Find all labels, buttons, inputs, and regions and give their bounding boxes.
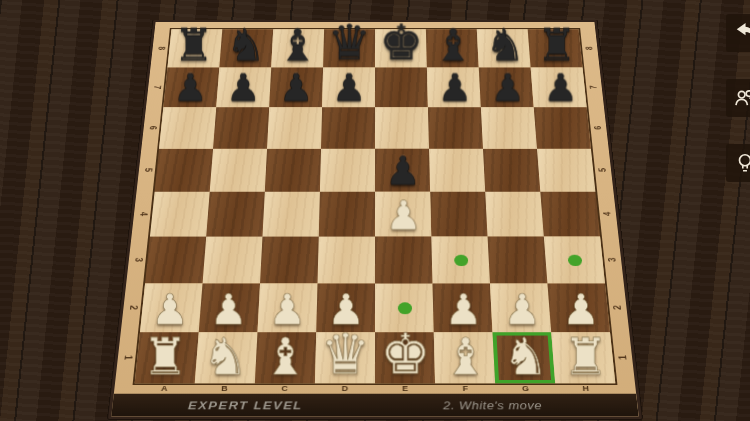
rank-label: 7: [566, 81, 620, 94]
square-d7[interactable]: ♟: [322, 68, 375, 108]
piece-white-pawn[interactable]: ♟: [385, 195, 421, 236]
piece-white-pawn[interactable]: ♟: [268, 289, 306, 331]
file-label: B: [194, 383, 255, 393]
board-grid: ♜♞♝♛♚♝♞♜♟♟♟♟♟♟♟♟♟♟♟♟♟♟♟♟♜♞♝♛♚♝♞♜: [135, 29, 616, 383]
rank-label: 2: [103, 300, 163, 316]
rank-label: 3: [583, 252, 642, 267]
square-f4[interactable]: [430, 192, 487, 237]
piece-white-queen[interactable]: ♛: [320, 326, 370, 382]
piece-white-pawn[interactable]: ♟: [209, 289, 247, 331]
file-label: C: [254, 383, 315, 393]
square-c5[interactable]: [265, 149, 321, 192]
file-label: G: [495, 383, 556, 393]
piece-white-pawn[interactable]: ♟: [503, 289, 541, 331]
piece-white-king[interactable]: ♚: [380, 326, 430, 382]
piece-white-bishop[interactable]: ♝: [442, 331, 488, 382]
square-f2[interactable]: ♟: [432, 283, 492, 332]
rank-label: 2: [587, 300, 647, 316]
square-f1[interactable]: ♝: [434, 332, 495, 383]
rank-label: 5: [574, 163, 630, 177]
rank-label: 7: [130, 81, 184, 94]
piece-black-pawn[interactable]: ♟: [331, 68, 365, 106]
square-f3[interactable]: [431, 237, 490, 284]
square-g2[interactable]: ♟: [490, 283, 551, 332]
piece-black-pawn[interactable]: ♟: [385, 151, 421, 191]
rank-label: 5: [120, 163, 176, 177]
square-g6[interactable]: [481, 107, 537, 148]
lightbulb-icon: [734, 152, 750, 174]
square-g7[interactable]: ♟: [479, 68, 534, 108]
square-c2[interactable]: ♟: [258, 283, 318, 332]
level-label: EXPERT LEVEL: [188, 398, 303, 411]
piece-black-knight[interactable]: ♞: [485, 23, 525, 67]
square-c7[interactable]: ♟: [269, 68, 323, 108]
square-e6[interactable]: [375, 107, 429, 148]
undo-arrow-icon: [734, 22, 750, 44]
file-label: E: [375, 383, 435, 393]
undo-button[interactable]: [726, 14, 750, 52]
piece-black-pawn[interactable]: ♟: [437, 68, 471, 106]
square-c3[interactable]: [260, 237, 319, 284]
square-g5[interactable]: [483, 149, 540, 192]
file-labels: ABCDEFGH: [114, 383, 636, 393]
square-d3[interactable]: [318, 237, 375, 284]
move-hint-dot[interactable]: [397, 302, 411, 314]
rank-label: 1: [592, 349, 653, 366]
board-frame-top: [155, 22, 595, 29]
board-perspective: 87654321 ♜♞♝♛♚♝♞♜♟♟♟♟♟♟♟♟♟♟♟♟♟♟♟♟♜♞♝♛♚♝♞…: [108, 0, 642, 419]
piece-black-pawn[interactable]: ♟: [226, 68, 260, 106]
square-c8[interactable]: ♝: [271, 29, 324, 67]
piece-white-bishop[interactable]: ♝: [262, 331, 308, 382]
move-hint-dot[interactable]: [454, 254, 468, 266]
square-f8[interactable]: ♝: [426, 29, 479, 67]
square-b8[interactable]: ♞: [219, 29, 273, 67]
file-label: F: [435, 383, 496, 393]
square-b2[interactable]: ♟: [199, 283, 260, 332]
piece-white-knight[interactable]: ♞: [202, 331, 248, 382]
piece-black-bishop[interactable]: ♝: [433, 23, 473, 67]
rank-label: 4: [114, 207, 171, 222]
piece-black-pawn[interactable]: ♟: [279, 68, 313, 106]
rank-label: 6: [125, 121, 180, 135]
square-d4[interactable]: [319, 192, 375, 237]
move-hint-dot[interactable]: [567, 254, 582, 266]
file-label: D: [315, 383, 375, 393]
rank-label: 8: [135, 42, 188, 55]
square-g1[interactable]: ♞: [492, 332, 555, 383]
rank-label: 4: [578, 207, 635, 222]
square-b6[interactable]: [213, 107, 269, 148]
square-f6[interactable]: [428, 107, 483, 148]
square-e8[interactable]: ♚: [375, 29, 427, 67]
rank-label: 8: [563, 42, 616, 55]
chess-board: 87654321 ♜♞♝♛♚♝♞♜♟♟♟♟♟♟♟♟♟♟♟♟♟♟♟♟♜♞♝♛♚♝♞…: [108, 20, 642, 419]
rank-label: 6: [570, 121, 625, 135]
square-e5[interactable]: ♟: [375, 149, 430, 192]
piece-white-pawn[interactable]: ♟: [444, 289, 482, 331]
square-d1[interactable]: ♛: [315, 332, 375, 383]
piece-black-bishop[interactable]: ♝: [277, 23, 317, 67]
status-bar: EXPERT LEVEL 2. White's move: [111, 394, 638, 417]
square-d6[interactable]: [321, 107, 375, 148]
piece-black-queen[interactable]: ♛: [327, 18, 370, 66]
square-c6[interactable]: [267, 107, 322, 148]
square-b7[interactable]: ♟: [216, 68, 271, 108]
file-label: A: [134, 383, 195, 393]
square-g3[interactable]: [488, 237, 548, 284]
square-d8[interactable]: ♛: [323, 29, 375, 67]
move-status: 2. White's move: [443, 398, 543, 411]
wood-table-background: 87654321 ♜♞♝♛♚♝♞♜♟♟♟♟♟♟♟♟♟♟♟♟♟♟♟♟♜♞♝♛♚♝♞…: [0, 0, 750, 421]
square-b1[interactable]: ♞: [195, 332, 258, 383]
players-button[interactable]: [726, 79, 750, 117]
square-b4[interactable]: [206, 192, 265, 237]
square-b3[interactable]: [203, 237, 263, 284]
square-e3[interactable]: [375, 237, 432, 284]
rank-label: 3: [109, 252, 168, 267]
players-icon: [734, 87, 750, 109]
square-c1[interactable]: ♝: [255, 332, 316, 383]
piece-black-knight[interactable]: ♞: [226, 23, 266, 67]
square-b5[interactable]: [210, 149, 267, 192]
square-f5[interactable]: [429, 149, 485, 192]
piece-white-knight[interactable]: ♞: [502, 331, 548, 382]
square-f7[interactable]: ♟: [427, 68, 481, 108]
piece-black-king[interactable]: ♚: [379, 18, 422, 66]
square-g8[interactable]: ♞: [477, 29, 531, 67]
square-d5[interactable]: [320, 149, 375, 192]
file-label: H: [555, 383, 616, 393]
square-e1[interactable]: ♚: [375, 332, 435, 383]
piece-black-pawn[interactable]: ♟: [490, 68, 524, 106]
square-e4[interactable]: ♟: [375, 192, 431, 237]
rank-label: 1: [97, 349, 158, 366]
hint-button[interactable]: [726, 144, 750, 182]
square-c4[interactable]: [262, 192, 319, 237]
square-g4[interactable]: [485, 192, 544, 237]
toolbar: [726, 14, 750, 182]
square-e7[interactable]: [375, 68, 428, 108]
